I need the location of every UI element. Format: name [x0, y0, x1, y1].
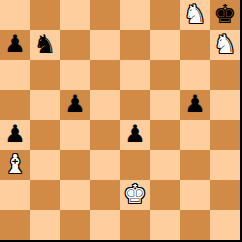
square-e3[interactable]: [120, 150, 150, 180]
square-g6[interactable]: [180, 60, 210, 90]
white-king-e2[interactable]: ♚: [123, 180, 146, 209]
square-h3[interactable]: [210, 150, 240, 180]
square-c6[interactable]: [60, 60, 90, 90]
square-b5[interactable]: [30, 90, 60, 120]
square-f6[interactable]: [150, 60, 180, 90]
square-e8[interactable]: [120, 0, 150, 30]
square-c4[interactable]: [60, 120, 90, 150]
square-g8[interactable]: ♞: [180, 0, 210, 30]
square-f4[interactable]: [150, 120, 180, 150]
square-f3[interactable]: [150, 150, 180, 180]
square-g2[interactable]: [180, 180, 210, 210]
square-e7[interactable]: [120, 30, 150, 60]
square-g3[interactable]: [180, 150, 210, 180]
square-d7[interactable]: [90, 30, 120, 60]
white-knight-h7[interactable]: ♞: [213, 30, 236, 59]
square-g4[interactable]: [180, 120, 210, 150]
square-c7[interactable]: [60, 30, 90, 60]
black-pawn-g5[interactable]: ♟: [184, 90, 206, 119]
square-e2[interactable]: ♚: [120, 180, 150, 210]
square-a1[interactable]: [0, 210, 30, 240]
square-b8[interactable]: [30, 0, 60, 30]
square-c1[interactable]: [60, 210, 90, 240]
square-a6[interactable]: [0, 60, 30, 90]
white-knight-g8[interactable]: ♞: [183, 0, 206, 29]
chess-board-window: ♞♚♟♞♞♟♟♟♟♝♚: [0, 0, 242, 242]
square-g7[interactable]: [180, 30, 210, 60]
square-c8[interactable]: [60, 0, 90, 30]
square-f8[interactable]: [150, 0, 180, 30]
black-pawn-a4[interactable]: ♟: [4, 120, 26, 149]
square-h7[interactable]: ♞: [210, 30, 240, 60]
black-pawn-c5[interactable]: ♟: [64, 90, 86, 119]
square-g1[interactable]: [180, 210, 210, 240]
square-a4[interactable]: ♟: [0, 120, 30, 150]
square-e5[interactable]: [120, 90, 150, 120]
square-f7[interactable]: [150, 30, 180, 60]
square-a5[interactable]: [0, 90, 30, 120]
square-d4[interactable]: [90, 120, 120, 150]
square-f2[interactable]: [150, 180, 180, 210]
square-h8[interactable]: ♚: [210, 0, 240, 30]
white-bishop-a3[interactable]: ♝: [3, 150, 26, 179]
square-d6[interactable]: [90, 60, 120, 90]
black-pawn-a7[interactable]: ♟: [4, 30, 26, 59]
chess-board: ♞♚♟♞♞♟♟♟♟♝♚: [0, 0, 242, 242]
square-e6[interactable]: [120, 60, 150, 90]
black-knight-b7[interactable]: ♞: [33, 30, 56, 59]
square-d1[interactable]: [90, 210, 120, 240]
square-d2[interactable]: [90, 180, 120, 210]
square-c3[interactable]: [60, 150, 90, 180]
square-e4[interactable]: ♟: [120, 120, 150, 150]
square-c2[interactable]: [60, 180, 90, 210]
square-b7[interactable]: ♞: [30, 30, 60, 60]
black-king-h8[interactable]: ♚: [213, 0, 236, 29]
square-h4[interactable]: [210, 120, 240, 150]
square-b3[interactable]: [30, 150, 60, 180]
square-d5[interactable]: [90, 90, 120, 120]
square-a3[interactable]: ♝: [0, 150, 30, 180]
square-b2[interactable]: [30, 180, 60, 210]
square-a2[interactable]: [0, 180, 30, 210]
square-e1[interactable]: [120, 210, 150, 240]
square-h5[interactable]: [210, 90, 240, 120]
black-pawn-e4[interactable]: ♟: [124, 120, 146, 149]
square-b6[interactable]: [30, 60, 60, 90]
square-b4[interactable]: [30, 120, 60, 150]
square-h1[interactable]: [210, 210, 240, 240]
square-d3[interactable]: [90, 150, 120, 180]
square-d8[interactable]: [90, 0, 120, 30]
square-c5[interactable]: ♟: [60, 90, 90, 120]
square-b1[interactable]: [30, 210, 60, 240]
square-g5[interactable]: ♟: [180, 90, 210, 120]
square-a7[interactable]: ♟: [0, 30, 30, 60]
square-a8[interactable]: [0, 0, 30, 30]
square-h2[interactable]: [210, 180, 240, 210]
square-h6[interactable]: [210, 60, 240, 90]
square-f1[interactable]: [150, 210, 180, 240]
square-f5[interactable]: [150, 90, 180, 120]
